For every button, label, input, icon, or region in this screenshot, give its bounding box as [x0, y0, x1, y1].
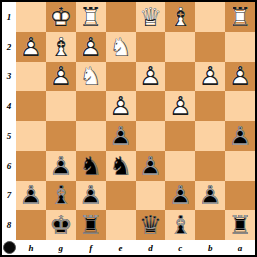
black-to-move-icon — [3, 241, 16, 254]
square-c6[interactable] — [165, 151, 195, 181]
file-label-e: e — [106, 240, 136, 255]
black-pawn: ♟♙ — [76, 181, 106, 211]
square-c5[interactable] — [165, 121, 195, 151]
square-g3[interactable]: ♟♙ — [46, 62, 76, 92]
file-label-d: d — [136, 240, 166, 255]
black-pawn: ♟♙ — [195, 181, 225, 211]
black-bishop: ♝♗ — [165, 210, 195, 240]
square-b2[interactable] — [195, 32, 225, 62]
white-king: ♚♔ — [46, 2, 76, 32]
square-a8[interactable]: ♜♖ — [225, 210, 255, 240]
rank-label-6: 6 — [2, 151, 16, 181]
square-e7[interactable] — [106, 181, 136, 211]
black-pawn: ♟♙ — [46, 151, 76, 181]
file-label-c: c — [165, 240, 195, 255]
square-e5[interactable]: ♟♙ — [106, 121, 136, 151]
black-pawn: ♟♙ — [136, 151, 166, 181]
rank-label-2: 2 — [2, 32, 16, 62]
white-pawn: ♟♙ — [136, 62, 166, 92]
square-g8[interactable]: ♚♔ — [46, 210, 76, 240]
white-pawn: ♟♙ — [106, 91, 136, 121]
chess-board: 1♚♔♜♖♛♕♝♗♜♖2♟♙♝♗♟♙♞♘3♟♙♞♘♟♙♟♙♟♙4♟♙♟♙5♟♙♟… — [2, 2, 255, 255]
rank-label-8: 8 — [2, 210, 16, 240]
side-to-move-cell — [2, 240, 16, 255]
square-a6[interactable] — [225, 151, 255, 181]
square-c1[interactable]: ♝♗ — [165, 2, 195, 32]
square-h8[interactable] — [16, 210, 46, 240]
black-knight: ♞♘ — [76, 151, 106, 181]
square-g2[interactable]: ♝♗ — [46, 32, 76, 62]
black-knight: ♞♘ — [106, 151, 136, 181]
square-h6[interactable] — [16, 151, 46, 181]
square-e6[interactable]: ♞♘ — [106, 151, 136, 181]
square-e4[interactable]: ♟♙ — [106, 91, 136, 121]
black-pawn: ♟♙ — [225, 121, 255, 151]
square-e3[interactable] — [106, 62, 136, 92]
square-d1[interactable]: ♛♕ — [136, 2, 166, 32]
square-g4[interactable] — [46, 91, 76, 121]
square-f7[interactable]: ♟♙ — [76, 181, 106, 211]
square-f4[interactable] — [76, 91, 106, 121]
square-h3[interactable] — [16, 62, 46, 92]
square-d8[interactable]: ♛♕ — [136, 210, 166, 240]
square-f5[interactable] — [76, 121, 106, 151]
black-rook: ♜♖ — [225, 210, 255, 240]
square-h1[interactable] — [16, 2, 46, 32]
square-a2[interactable] — [225, 32, 255, 62]
square-g5[interactable] — [46, 121, 76, 151]
square-h5[interactable] — [16, 121, 46, 151]
square-a1[interactable]: ♜♖ — [225, 2, 255, 32]
square-h4[interactable] — [16, 91, 46, 121]
white-rook: ♜♖ — [76, 2, 106, 32]
square-a4[interactable] — [225, 91, 255, 121]
square-h7[interactable]: ♟♙ — [16, 181, 46, 211]
square-b1[interactable] — [195, 2, 225, 32]
white-bishop: ♝♗ — [165, 2, 195, 32]
square-f6[interactable]: ♞♘ — [76, 151, 106, 181]
white-pawn: ♟♙ — [195, 62, 225, 92]
square-e2[interactable]: ♞♘ — [106, 32, 136, 62]
square-d2[interactable] — [136, 32, 166, 62]
black-pawn: ♟♙ — [16, 181, 46, 211]
white-knight: ♞♘ — [106, 32, 136, 62]
rank-label-4: 4 — [2, 91, 16, 121]
black-bishop: ♝♗ — [46, 181, 76, 211]
square-b5[interactable] — [195, 121, 225, 151]
black-queen: ♛♕ — [136, 210, 166, 240]
square-d6[interactable]: ♟♙ — [136, 151, 166, 181]
rank-label-1: 1 — [2, 2, 16, 32]
square-d3[interactable]: ♟♙ — [136, 62, 166, 92]
rank-label-3: 3 — [2, 62, 16, 92]
square-e8[interactable] — [106, 210, 136, 240]
rank-label-5: 5 — [2, 121, 16, 151]
white-rook: ♜♖ — [225, 2, 255, 32]
square-b3[interactable]: ♟♙ — [195, 62, 225, 92]
square-c4[interactable]: ♟♙ — [165, 91, 195, 121]
square-g7[interactable]: ♝♗ — [46, 181, 76, 211]
white-queen: ♛♕ — [136, 2, 166, 32]
square-b4[interactable] — [195, 91, 225, 121]
square-g1[interactable]: ♚♔ — [46, 2, 76, 32]
square-c2[interactable] — [165, 32, 195, 62]
square-e1[interactable] — [106, 2, 136, 32]
white-pawn: ♟♙ — [225, 62, 255, 92]
file-label-f: f — [76, 240, 106, 255]
file-label-b: b — [195, 240, 225, 255]
file-label-h: h — [16, 240, 46, 255]
square-d7[interactable] — [136, 181, 166, 211]
file-label-a: a — [225, 240, 255, 255]
white-pawn: ♟♙ — [165, 91, 195, 121]
square-b8[interactable] — [195, 210, 225, 240]
black-pawn: ♟♙ — [165, 181, 195, 211]
white-knight: ♞♘ — [76, 62, 106, 92]
white-pawn: ♟♙ — [46, 62, 76, 92]
square-f3[interactable]: ♞♘ — [76, 62, 106, 92]
square-a7[interactable] — [225, 181, 255, 211]
white-pawn: ♟♙ — [76, 32, 106, 62]
white-bishop: ♝♗ — [46, 32, 76, 62]
square-d5[interactable] — [136, 121, 166, 151]
file-label-g: g — [46, 240, 76, 255]
square-b6[interactable] — [195, 151, 225, 181]
square-b7[interactable]: ♟♙ — [195, 181, 225, 211]
black-rook: ♜♖ — [76, 210, 106, 240]
square-d4[interactable] — [136, 91, 166, 121]
black-pawn: ♟♙ — [106, 121, 136, 151]
square-a3[interactable]: ♟♙ — [225, 62, 255, 92]
square-f8[interactable]: ♜♖ — [76, 210, 106, 240]
white-pawn: ♟♙ — [16, 32, 46, 62]
square-c8[interactable]: ♝♗ — [165, 210, 195, 240]
square-c3[interactable] — [165, 62, 195, 92]
square-f2[interactable]: ♟♙ — [76, 32, 106, 62]
black-king: ♚♔ — [46, 210, 76, 240]
chess-board-frame: 1♚♔♜♖♛♕♝♗♜♖2♟♙♝♗♟♙♞♘3♟♙♞♘♟♙♟♙♟♙4♟♙♟♙5♟♙♟… — [0, 0, 257, 257]
square-g6[interactable]: ♟♙ — [46, 151, 76, 181]
rank-label-7: 7 — [2, 181, 16, 211]
square-a5[interactable]: ♟♙ — [225, 121, 255, 151]
square-h2[interactable]: ♟♙ — [16, 32, 46, 62]
square-c7[interactable]: ♟♙ — [165, 181, 195, 211]
square-f1[interactable]: ♜♖ — [76, 2, 106, 32]
